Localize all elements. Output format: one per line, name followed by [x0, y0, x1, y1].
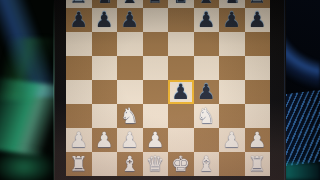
- piece-white-pawn: ♟: [117, 128, 143, 152]
- piece-black-pawn: ♟: [117, 8, 143, 32]
- blue-streak-band: [284, 89, 320, 167]
- teal-light-streak: [0, 77, 56, 159]
- piece-white-bishop: ♝: [194, 152, 220, 176]
- square-c8[interactable]: ♝: [117, 0, 143, 8]
- square-c1[interactable]: ♝: [117, 152, 143, 176]
- bezel-edge-highlight-left: [53, 0, 55, 180]
- square-d2[interactable]: ♟: [143, 128, 169, 152]
- square-f6[interactable]: [194, 32, 220, 56]
- piece-black-pawn: ♟: [66, 8, 92, 32]
- square-a7[interactable]: ♟: [66, 8, 92, 32]
- square-c6[interactable]: [117, 32, 143, 56]
- square-h2[interactable]: ♟: [245, 128, 271, 152]
- piece-white-bishop: ♝: [117, 152, 143, 176]
- piece-black-rook: ♜: [245, 0, 271, 8]
- piece-black-pawn: ♟: [92, 8, 118, 32]
- square-h4[interactable]: [245, 80, 271, 104]
- piece-white-rook: ♜: [66, 152, 92, 176]
- square-a3[interactable]: [66, 104, 92, 128]
- piece-black-king: ♚: [168, 0, 194, 8]
- piece-black-pawn: ♟: [194, 8, 220, 32]
- teal-glow-bottom: [284, 163, 320, 180]
- square-e4[interactable]: ♟: [168, 80, 194, 104]
- square-b1[interactable]: [92, 152, 118, 176]
- square-e7[interactable]: [168, 8, 194, 32]
- piece-white-knight: ♞: [117, 104, 143, 128]
- square-b8[interactable]: ♞: [92, 0, 118, 8]
- square-d7[interactable]: [143, 8, 169, 32]
- square-g4[interactable]: [219, 80, 245, 104]
- square-h7[interactable]: ♟: [245, 8, 271, 32]
- square-h5[interactable]: [245, 56, 271, 80]
- square-c7[interactable]: ♟: [117, 8, 143, 32]
- square-h3[interactable]: [245, 104, 271, 128]
- square-h1[interactable]: ♜: [245, 152, 271, 176]
- square-c2[interactable]: ♟: [117, 128, 143, 152]
- piece-white-king: ♚: [168, 152, 194, 176]
- piece-white-queen: ♛: [143, 152, 169, 176]
- piece-black-pawn: ♟: [168, 80, 194, 104]
- square-b3[interactable]: [92, 104, 118, 128]
- piece-black-bishop: ♝: [117, 0, 143, 8]
- square-g7[interactable]: ♟: [219, 8, 245, 32]
- square-g5[interactable]: [219, 56, 245, 80]
- piece-white-rook: ♜: [245, 152, 271, 176]
- square-e2[interactable]: [168, 128, 194, 152]
- square-e8[interactable]: ♚: [168, 0, 194, 8]
- square-f8[interactable]: ♝: [194, 0, 220, 8]
- piece-white-knight: ♞: [194, 104, 220, 128]
- square-a2[interactable]: ♟: [66, 128, 92, 152]
- piece-black-knight: ♞: [219, 0, 245, 8]
- blue-arc-streak: [284, 0, 320, 100]
- square-f2[interactable]: [194, 128, 220, 152]
- square-b7[interactable]: ♟: [92, 8, 118, 32]
- square-e6[interactable]: [168, 32, 194, 56]
- green-glow: [0, 148, 56, 180]
- square-h8[interactable]: ♜: [245, 0, 271, 8]
- square-e1[interactable]: ♚: [168, 152, 194, 176]
- square-d6[interactable]: [143, 32, 169, 56]
- square-f1[interactable]: ♝: [194, 152, 220, 176]
- square-a4[interactable]: [66, 80, 92, 104]
- background-art-left: [0, 0, 56, 180]
- square-b4[interactable]: [92, 80, 118, 104]
- square-d5[interactable]: [143, 56, 169, 80]
- square-d3[interactable]: [143, 104, 169, 128]
- square-a5[interactable]: [66, 56, 92, 80]
- piece-black-bishop: ♝: [194, 0, 220, 8]
- chess-board: ♜♞♝♛♚♝♞♜♟♟♟♟♟♟♟♟♞♞♟♟♟♟♟♟♜♝♛♚♝♜: [66, 0, 270, 176]
- square-g1[interactable]: [219, 152, 245, 176]
- square-g6[interactable]: [219, 32, 245, 56]
- square-e3[interactable]: [168, 104, 194, 128]
- piece-black-pawn: ♟: [194, 80, 220, 104]
- square-d8[interactable]: ♛: [143, 0, 169, 8]
- square-g8[interactable]: ♞: [219, 0, 245, 8]
- piece-white-pawn: ♟: [219, 128, 245, 152]
- square-b2[interactable]: ♟: [92, 128, 118, 152]
- square-b6[interactable]: [92, 32, 118, 56]
- square-h6[interactable]: [245, 32, 271, 56]
- piece-white-pawn: ♟: [143, 128, 169, 152]
- bezel-edge-highlight-right: [284, 0, 285, 180]
- square-g3[interactable]: [219, 104, 245, 128]
- piece-white-pawn: ♟: [245, 128, 271, 152]
- background-art-right: [284, 0, 320, 180]
- square-d4[interactable]: [143, 80, 169, 104]
- square-b5[interactable]: [92, 56, 118, 80]
- square-c5[interactable]: [117, 56, 143, 80]
- page-root: { "game": "chess", "scene": "photo of a …: [0, 0, 320, 180]
- square-a1[interactable]: ♜: [66, 152, 92, 176]
- square-a8[interactable]: ♜: [66, 0, 92, 8]
- square-f7[interactable]: ♟: [194, 8, 220, 32]
- square-c3[interactable]: ♞: [117, 104, 143, 128]
- piece-white-pawn: ♟: [66, 128, 92, 152]
- square-c4[interactable]: [117, 80, 143, 104]
- square-d1[interactable]: ♛: [143, 152, 169, 176]
- square-f3[interactable]: ♞: [194, 104, 220, 128]
- square-e5[interactable]: [168, 56, 194, 80]
- piece-black-pawn: ♟: [219, 8, 245, 32]
- piece-black-knight: ♞: [92, 0, 118, 8]
- piece-black-rook: ♜: [66, 0, 92, 8]
- square-g2[interactable]: ♟: [219, 128, 245, 152]
- square-f4[interactable]: ♟: [194, 80, 220, 104]
- piece-black-pawn: ♟: [245, 8, 271, 32]
- piece-white-pawn: ♟: [92, 128, 118, 152]
- piece-black-queen: ♛: [143, 0, 169, 8]
- square-f5[interactable]: [194, 56, 220, 80]
- square-a6[interactable]: [66, 32, 92, 56]
